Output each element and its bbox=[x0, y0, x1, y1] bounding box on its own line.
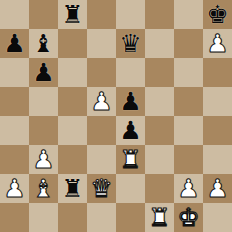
white-rook[interactable]: ♜ bbox=[119, 145, 141, 174]
black-pawn[interactable]: ♟ bbox=[119, 87, 141, 116]
white-bishop[interactable]: ♝ bbox=[32, 174, 54, 203]
square-c7[interactable] bbox=[58, 29, 87, 58]
square-c6[interactable] bbox=[58, 58, 87, 87]
square-g8[interactable] bbox=[174, 0, 203, 29]
square-d6[interactable] bbox=[87, 58, 116, 87]
square-f2[interactable] bbox=[145, 174, 174, 203]
square-h8[interactable]: ♚ bbox=[203, 0, 232, 29]
black-pawn[interactable]: ♟ bbox=[32, 58, 54, 87]
square-c3[interactable] bbox=[58, 145, 87, 174]
square-a1[interactable] bbox=[0, 203, 29, 232]
square-b4[interactable] bbox=[29, 116, 58, 145]
square-d1[interactable] bbox=[87, 203, 116, 232]
square-h7[interactable]: ♟ bbox=[203, 29, 232, 58]
square-f1[interactable]: ♜ bbox=[145, 203, 174, 232]
square-f7[interactable] bbox=[145, 29, 174, 58]
square-a8[interactable] bbox=[0, 0, 29, 29]
square-h3[interactable] bbox=[203, 145, 232, 174]
square-g6[interactable] bbox=[174, 58, 203, 87]
square-b2[interactable]: ♝ bbox=[29, 174, 58, 203]
white-pawn[interactable]: ♟ bbox=[206, 174, 228, 203]
square-d3[interactable] bbox=[87, 145, 116, 174]
square-b6[interactable]: ♟ bbox=[29, 58, 58, 87]
white-queen[interactable]: ♛ bbox=[90, 174, 112, 203]
square-c5[interactable] bbox=[58, 87, 87, 116]
square-c4[interactable] bbox=[58, 116, 87, 145]
square-d2[interactable]: ♛ bbox=[87, 174, 116, 203]
square-h1[interactable] bbox=[203, 203, 232, 232]
square-c2[interactable]: ♜ bbox=[58, 174, 87, 203]
black-bishop[interactable]: ♝ bbox=[32, 29, 54, 58]
square-f5[interactable] bbox=[145, 87, 174, 116]
square-f4[interactable] bbox=[145, 116, 174, 145]
square-f6[interactable] bbox=[145, 58, 174, 87]
white-rook[interactable]: ♜ bbox=[148, 203, 170, 232]
square-b7[interactable]: ♝ bbox=[29, 29, 58, 58]
square-g1[interactable]: ♚ bbox=[174, 203, 203, 232]
square-h4[interactable] bbox=[203, 116, 232, 145]
square-a2[interactable]: ♟ bbox=[0, 174, 29, 203]
square-h5[interactable] bbox=[203, 87, 232, 116]
white-pawn[interactable]: ♟ bbox=[206, 29, 228, 58]
square-b5[interactable] bbox=[29, 87, 58, 116]
square-e3[interactable]: ♜ bbox=[116, 145, 145, 174]
square-g7[interactable] bbox=[174, 29, 203, 58]
square-e7[interactable]: ♛ bbox=[116, 29, 145, 58]
black-rook[interactable]: ♜ bbox=[61, 0, 83, 29]
square-e6[interactable] bbox=[116, 58, 145, 87]
square-f8[interactable] bbox=[145, 0, 174, 29]
square-e5[interactable]: ♟ bbox=[116, 87, 145, 116]
black-pawn[interactable]: ♟ bbox=[119, 116, 141, 145]
white-king[interactable]: ♚ bbox=[177, 203, 199, 232]
square-c8[interactable]: ♜ bbox=[58, 0, 87, 29]
square-a4[interactable] bbox=[0, 116, 29, 145]
square-g3[interactable] bbox=[174, 145, 203, 174]
white-pawn[interactable]: ♟ bbox=[3, 174, 25, 203]
black-pawn[interactable]: ♟ bbox=[3, 29, 25, 58]
white-pawn[interactable]: ♟ bbox=[177, 174, 199, 203]
black-queen[interactable]: ♛ bbox=[119, 29, 141, 58]
square-g2[interactable]: ♟ bbox=[174, 174, 203, 203]
square-a6[interactable] bbox=[0, 58, 29, 87]
square-a3[interactable] bbox=[0, 145, 29, 174]
black-king[interactable]: ♚ bbox=[206, 0, 228, 29]
black-rook[interactable]: ♜ bbox=[61, 174, 83, 203]
square-d8[interactable] bbox=[87, 0, 116, 29]
square-d5[interactable]: ♟ bbox=[87, 87, 116, 116]
chess-board: ♜♚♟♝♛♟♟♟♟♟♟♜♟♝♜♛♟♟♜♚ bbox=[0, 0, 232, 232]
square-f3[interactable] bbox=[145, 145, 174, 174]
square-h2[interactable]: ♟ bbox=[203, 174, 232, 203]
square-e2[interactable] bbox=[116, 174, 145, 203]
square-b1[interactable] bbox=[29, 203, 58, 232]
square-e4[interactable]: ♟ bbox=[116, 116, 145, 145]
white-pawn[interactable]: ♟ bbox=[32, 145, 54, 174]
square-a7[interactable]: ♟ bbox=[0, 29, 29, 58]
square-a5[interactable] bbox=[0, 87, 29, 116]
square-e1[interactable] bbox=[116, 203, 145, 232]
square-c1[interactable] bbox=[58, 203, 87, 232]
square-h6[interactable] bbox=[203, 58, 232, 87]
square-b3[interactable]: ♟ bbox=[29, 145, 58, 174]
square-g5[interactable] bbox=[174, 87, 203, 116]
square-d4[interactable] bbox=[87, 116, 116, 145]
square-b8[interactable] bbox=[29, 0, 58, 29]
white-pawn[interactable]: ♟ bbox=[90, 87, 112, 116]
square-e8[interactable] bbox=[116, 0, 145, 29]
square-g4[interactable] bbox=[174, 116, 203, 145]
square-d7[interactable] bbox=[87, 29, 116, 58]
